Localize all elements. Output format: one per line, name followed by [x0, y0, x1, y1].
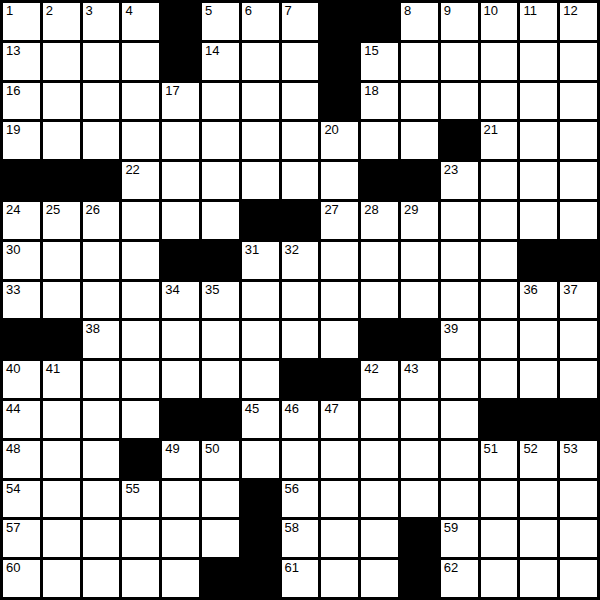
cell-r9c9[interactable]: 42 [361, 361, 398, 398]
clue-number: 23 [444, 162, 458, 178]
cell-r9c13[interactable] [520, 361, 557, 398]
black-square-r0c8 [321, 3, 358, 40]
clue-number: 62 [444, 560, 458, 576]
cell-r2c0[interactable]: 16 [3, 83, 40, 120]
cell-r3c1[interactable] [43, 122, 80, 159]
cell-r1c7[interactable] [282, 43, 319, 80]
cell-r0c3[interactable]: 4 [122, 3, 159, 40]
clue-number: 3 [86, 3, 93, 19]
cell-r5c12[interactable] [481, 202, 518, 239]
cell-r14c13[interactable] [520, 560, 557, 597]
cell-r7c4[interactable]: 34 [162, 282, 199, 319]
cell-r13c4[interactable] [162, 520, 199, 557]
clue-number: 6 [245, 3, 252, 19]
clue-number: 38 [86, 321, 100, 337]
cell-r7c13[interactable]: 36 [520, 282, 557, 319]
clue-number: 32 [285, 242, 299, 258]
cell-r8c14[interactable] [560, 321, 597, 358]
cell-r4c14[interactable] [560, 162, 597, 199]
cell-r10c6[interactable]: 45 [242, 401, 279, 438]
clue-number: 61 [285, 560, 299, 576]
black-square-r5c7 [282, 202, 319, 239]
clue-number: 1 [6, 3, 13, 19]
cell-r10c11[interactable] [441, 401, 478, 438]
cell-r12c4[interactable] [162, 481, 199, 518]
cell-r14c2[interactable] [83, 560, 120, 597]
clue-number: 40 [6, 361, 20, 377]
black-square-r4c9 [361, 162, 398, 199]
cell-r8c6[interactable] [242, 321, 279, 358]
black-square-r8c1 [43, 321, 80, 358]
cell-r4c12[interactable] [481, 162, 518, 199]
cell-r3c4[interactable] [162, 122, 199, 159]
black-square-r14c10 [401, 560, 438, 597]
cell-r12c8[interactable] [321, 481, 358, 518]
cell-r4c3[interactable]: 22 [122, 162, 159, 199]
cell-r6c1[interactable] [43, 242, 80, 279]
cell-r2c14[interactable] [560, 83, 597, 120]
clue-number: 5 [205, 3, 212, 19]
cell-r3c2[interactable] [83, 122, 120, 159]
cell-r11c8[interactable] [321, 441, 358, 478]
cell-r13c5[interactable] [202, 520, 239, 557]
cell-r14c12[interactable] [481, 560, 518, 597]
cell-r3c6[interactable] [242, 122, 279, 159]
black-square-r0c4 [162, 3, 199, 40]
cell-r6c3[interactable] [122, 242, 159, 279]
cell-r0c5[interactable]: 5 [202, 3, 239, 40]
black-square-r10c5 [202, 401, 239, 438]
cell-r1c1[interactable] [43, 43, 80, 80]
cell-r10c7[interactable]: 46 [282, 401, 319, 438]
cell-r7c8[interactable] [321, 282, 358, 319]
cell-r2c9[interactable]: 18 [361, 83, 398, 120]
cell-r9c5[interactable] [202, 361, 239, 398]
cell-r10c2[interactable] [83, 401, 120, 438]
cell-r13c14[interactable] [560, 520, 597, 557]
cell-r2c3[interactable] [122, 83, 159, 120]
cell-r1c3[interactable] [122, 43, 159, 80]
cell-r14c3[interactable] [122, 560, 159, 597]
cell-r4c13[interactable] [520, 162, 557, 199]
cell-r11c7[interactable] [282, 441, 319, 478]
cell-r3c7[interactable] [282, 122, 319, 159]
clue-number: 24 [6, 202, 20, 218]
cell-r6c8[interactable] [321, 242, 358, 279]
cell-r3c3[interactable] [122, 122, 159, 159]
cell-r11c6[interactable] [242, 441, 279, 478]
cell-r5c10[interactable]: 29 [401, 202, 438, 239]
cell-r4c7[interactable] [282, 162, 319, 199]
cell-r2c7[interactable] [282, 83, 319, 120]
cell-r11c2[interactable] [83, 441, 120, 478]
cell-r3c9[interactable] [361, 122, 398, 159]
clue-number: 43 [404, 361, 418, 377]
cell-r5c4[interactable] [162, 202, 199, 239]
cell-r7c6[interactable] [242, 282, 279, 319]
cell-r7c3[interactable] [122, 282, 159, 319]
clue-number: 35 [205, 282, 219, 298]
cell-r8c11[interactable]: 39 [441, 321, 478, 358]
cell-r2c6[interactable] [242, 83, 279, 120]
black-square-r10c12 [481, 401, 518, 438]
cell-r12c10[interactable] [401, 481, 438, 518]
cell-r8c13[interactable] [520, 321, 557, 358]
cell-r9c0[interactable]: 40 [3, 361, 40, 398]
cell-r12c12[interactable] [481, 481, 518, 518]
clue-number: 15 [364, 43, 378, 59]
cell-r7c7[interactable] [282, 282, 319, 319]
clue-number: 14 [205, 43, 219, 59]
cell-r6c9[interactable] [361, 242, 398, 279]
cell-r11c11[interactable] [441, 441, 478, 478]
cell-r0c2[interactable]: 3 [83, 3, 120, 40]
clue-number: 8 [404, 3, 411, 19]
cell-r3c10[interactable] [401, 122, 438, 159]
clue-number: 58 [285, 520, 299, 536]
clue-number: 25 [46, 202, 60, 218]
cell-r1c9[interactable]: 15 [361, 43, 398, 80]
cell-r2c2[interactable] [83, 83, 120, 120]
black-square-r8c0 [3, 321, 40, 358]
cell-r12c7[interactable]: 56 [282, 481, 319, 518]
clue-number: 12 [563, 3, 577, 19]
cell-r0c1[interactable]: 2 [43, 3, 80, 40]
cell-r4c5[interactable] [202, 162, 239, 199]
cell-r5c0[interactable]: 24 [3, 202, 40, 239]
cell-r0c6[interactable]: 6 [242, 3, 279, 40]
cell-r14c7[interactable]: 61 [282, 560, 319, 597]
cell-r5c8[interactable]: 27 [321, 202, 358, 239]
black-square-r9c7 [282, 361, 319, 398]
cell-r0c11[interactable]: 9 [441, 3, 478, 40]
cell-r11c9[interactable] [361, 441, 398, 478]
cell-r12c3[interactable]: 55 [122, 481, 159, 518]
cell-r12c13[interactable] [520, 481, 557, 518]
cell-r8c12[interactable] [481, 321, 518, 358]
clue-number: 59 [444, 520, 458, 536]
clue-number: 27 [324, 202, 338, 218]
cell-r13c9[interactable] [361, 520, 398, 557]
cell-r0c12[interactable]: 10 [481, 3, 518, 40]
cell-r1c14[interactable] [560, 43, 597, 80]
clue-number: 39 [444, 321, 458, 337]
black-square-r9c8 [321, 361, 358, 398]
cell-r1c10[interactable] [401, 43, 438, 80]
black-square-r3c11 [441, 122, 478, 159]
clue-number: 55 [125, 481, 139, 497]
cell-r7c12[interactable] [481, 282, 518, 319]
cell-r3c8[interactable]: 20 [321, 122, 358, 159]
cell-r8c2[interactable]: 38 [83, 321, 120, 358]
clue-number: 28 [364, 202, 378, 218]
cell-r13c1[interactable] [43, 520, 80, 557]
black-square-r2c8 [321, 83, 358, 120]
cell-r0c14[interactable]: 12 [560, 3, 597, 40]
cell-r2c1[interactable] [43, 83, 80, 120]
clue-number: 9 [444, 3, 451, 19]
cell-r7c1[interactable] [43, 282, 80, 319]
clue-number: 20 [324, 122, 338, 138]
cell-r11c5[interactable]: 50 [202, 441, 239, 478]
black-square-r10c4 [162, 401, 199, 438]
cell-r12c11[interactable] [441, 481, 478, 518]
clue-number: 22 [125, 162, 139, 178]
cell-r7c0[interactable]: 33 [3, 282, 40, 319]
cell-r6c2[interactable] [83, 242, 120, 279]
clue-number: 37 [563, 282, 577, 298]
black-square-r4c10 [401, 162, 438, 199]
cell-r6c7[interactable]: 32 [282, 242, 319, 279]
cell-r11c12[interactable]: 51 [481, 441, 518, 478]
clue-number: 60 [6, 560, 20, 576]
cell-r13c8[interactable] [321, 520, 358, 557]
black-square-r8c10 [401, 321, 438, 358]
cell-r13c12[interactable] [481, 520, 518, 557]
cell-r8c4[interactable] [162, 321, 199, 358]
clue-number: 41 [46, 361, 60, 377]
cell-r9c11[interactable] [441, 361, 478, 398]
cell-r6c0[interactable]: 30 [3, 242, 40, 279]
cell-r5c9[interactable]: 28 [361, 202, 398, 239]
cell-r4c8[interactable] [321, 162, 358, 199]
cell-r9c1[interactable]: 41 [43, 361, 80, 398]
cell-r3c12[interactable]: 21 [481, 122, 518, 159]
black-square-r8c9 [361, 321, 398, 358]
clue-number: 36 [523, 282, 537, 298]
clue-number: 33 [6, 282, 20, 298]
black-square-r0c9 [361, 3, 398, 40]
cell-r13c2[interactable] [83, 520, 120, 557]
cell-r14c11[interactable]: 62 [441, 560, 478, 597]
cell-r12c0[interactable]: 54 [3, 481, 40, 518]
cell-r1c12[interactable] [481, 43, 518, 80]
cell-r1c13[interactable] [520, 43, 557, 80]
cell-r3c0[interactable]: 19 [3, 122, 40, 159]
clue-number: 4 [125, 3, 132, 19]
cell-r10c8[interactable]: 47 [321, 401, 358, 438]
clue-number: 42 [364, 361, 378, 377]
cell-r6c6[interactable]: 31 [242, 242, 279, 279]
cell-r9c3[interactable] [122, 361, 159, 398]
cell-r6c11[interactable] [441, 242, 478, 279]
cell-r5c11[interactable] [441, 202, 478, 239]
cell-r3c13[interactable] [520, 122, 557, 159]
cell-r13c13[interactable] [520, 520, 557, 557]
black-square-r10c14 [560, 401, 597, 438]
clue-number: 52 [523, 441, 537, 457]
black-square-r4c1 [43, 162, 80, 199]
clue-number: 7 [285, 3, 292, 19]
black-square-r13c10 [401, 520, 438, 557]
cell-r7c9[interactable] [361, 282, 398, 319]
clue-number: 50 [205, 441, 219, 457]
clue-number: 30 [6, 242, 20, 258]
cell-r7c14[interactable]: 37 [560, 282, 597, 319]
cell-r12c9[interactable] [361, 481, 398, 518]
clue-number: 49 [165, 441, 179, 457]
black-square-r1c4 [162, 43, 199, 80]
cell-r7c5[interactable]: 35 [202, 282, 239, 319]
cell-r14c14[interactable] [560, 560, 597, 597]
cell-r1c6[interactable] [242, 43, 279, 80]
clue-number: 56 [285, 481, 299, 497]
cell-r5c2[interactable]: 26 [83, 202, 120, 239]
cell-r1c2[interactable] [83, 43, 120, 80]
cell-r8c8[interactable] [321, 321, 358, 358]
cell-r5c1[interactable]: 25 [43, 202, 80, 239]
black-square-r6c13 [520, 242, 557, 279]
clue-number: 21 [484, 122, 498, 138]
cell-r2c11[interactable] [441, 83, 478, 120]
cell-r5c5[interactable] [202, 202, 239, 239]
clue-number: 46 [285, 401, 299, 417]
black-square-r6c4 [162, 242, 199, 279]
clue-number: 57 [6, 520, 20, 536]
clue-number: 53 [563, 441, 577, 457]
cell-r8c3[interactable] [122, 321, 159, 358]
cell-r13c7[interactable]: 58 [282, 520, 319, 557]
cell-r1c0[interactable]: 13 [3, 43, 40, 80]
clue-number: 51 [484, 441, 498, 457]
cell-r9c12[interactable] [481, 361, 518, 398]
cell-r10c1[interactable] [43, 401, 80, 438]
clue-number: 10 [484, 3, 498, 19]
clue-number: 19 [6, 122, 20, 138]
cell-r13c3[interactable] [122, 520, 159, 557]
cell-r2c10[interactable] [401, 83, 438, 120]
cell-r14c1[interactable] [43, 560, 80, 597]
black-square-r1c8 [321, 43, 358, 80]
clue-number: 29 [404, 202, 418, 218]
cell-r9c14[interactable] [560, 361, 597, 398]
clue-number: 18 [364, 83, 378, 99]
cell-r3c5[interactable] [202, 122, 239, 159]
cell-r9c10[interactable]: 43 [401, 361, 438, 398]
clue-number: 44 [6, 401, 20, 417]
cell-r12c2[interactable] [83, 481, 120, 518]
cell-r8c7[interactable] [282, 321, 319, 358]
cell-r11c10[interactable] [401, 441, 438, 478]
cell-r2c13[interactable] [520, 83, 557, 120]
black-square-r12c6 [242, 481, 279, 518]
cell-r11c0[interactable]: 48 [3, 441, 40, 478]
cell-r14c8[interactable] [321, 560, 358, 597]
cell-r5c3[interactable] [122, 202, 159, 239]
clue-number: 34 [165, 282, 179, 298]
black-square-r6c14 [560, 242, 597, 279]
clue-number: 17 [165, 83, 179, 99]
cell-r3c14[interactable] [560, 122, 597, 159]
clue-number: 11 [523, 3, 537, 19]
cell-r12c5[interactable] [202, 481, 239, 518]
black-square-r14c6 [242, 560, 279, 597]
clue-number: 2 [46, 3, 53, 19]
cell-r13c0[interactable]: 57 [3, 520, 40, 557]
clue-number: 54 [6, 481, 20, 497]
cell-r6c10[interactable] [401, 242, 438, 279]
cell-r8c5[interactable] [202, 321, 239, 358]
clue-number: 26 [86, 202, 100, 218]
cell-r0c7[interactable]: 7 [282, 3, 319, 40]
cell-r2c12[interactable] [481, 83, 518, 120]
cell-r14c4[interactable] [162, 560, 199, 597]
cell-r7c2[interactable] [83, 282, 120, 319]
clue-number: 31 [245, 242, 259, 258]
cell-r9c4[interactable] [162, 361, 199, 398]
cell-r4c11[interactable]: 23 [441, 162, 478, 199]
cell-r2c5[interactable] [202, 83, 239, 120]
cell-r2c4[interactable]: 17 [162, 83, 199, 120]
clue-number: 45 [245, 401, 259, 417]
black-square-r13c6 [242, 520, 279, 557]
cell-r5c14[interactable] [560, 202, 597, 239]
cell-r11c14[interactable]: 53 [560, 441, 597, 478]
cell-r13c11[interactable]: 59 [441, 520, 478, 557]
cell-r9c6[interactable] [242, 361, 279, 398]
cell-r5c13[interactable] [520, 202, 557, 239]
cell-r10c0[interactable]: 44 [3, 401, 40, 438]
cell-r6c12[interactable] [481, 242, 518, 279]
black-square-r6c5 [202, 242, 239, 279]
cell-r14c0[interactable]: 60 [3, 560, 40, 597]
clue-number: 16 [6, 83, 20, 99]
black-square-r14c5 [202, 560, 239, 597]
crossword-board: 1234567891011121314151617181920212223242… [0, 0, 600, 600]
cell-r0c13[interactable]: 11 [520, 3, 557, 40]
black-square-r10c13 [520, 401, 557, 438]
cell-r10c3[interactable] [122, 401, 159, 438]
cell-r0c10[interactable]: 8 [401, 3, 438, 40]
cell-r1c11[interactable] [441, 43, 478, 80]
cell-r10c10[interactable] [401, 401, 438, 438]
cell-r11c1[interactable] [43, 441, 80, 478]
cell-r14c9[interactable] [361, 560, 398, 597]
cell-r7c11[interactable] [441, 282, 478, 319]
clue-number: 47 [324, 401, 338, 417]
black-square-r5c6 [242, 202, 279, 239]
cell-r11c13[interactable]: 52 [520, 441, 557, 478]
cell-r4c6[interactable] [242, 162, 279, 199]
cell-r0c0[interactable]: 1 [3, 3, 40, 40]
clue-number: 13 [6, 43, 20, 59]
cell-r1c5[interactable]: 14 [202, 43, 239, 80]
cell-r9c2[interactable] [83, 361, 120, 398]
black-square-r4c0 [3, 162, 40, 199]
cell-r12c1[interactable] [43, 481, 80, 518]
cell-r4c4[interactable] [162, 162, 199, 199]
black-square-r11c3 [122, 441, 159, 478]
cell-r7c10[interactable] [401, 282, 438, 319]
clue-number: 48 [6, 441, 20, 457]
cell-r12c14[interactable] [560, 481, 597, 518]
cell-r11c4[interactable]: 49 [162, 441, 199, 478]
cell-r10c9[interactable] [361, 401, 398, 438]
black-square-r4c2 [83, 162, 120, 199]
